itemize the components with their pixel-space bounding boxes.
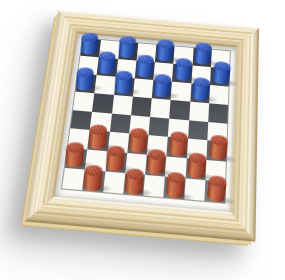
checkers-piece-blue [174, 62, 192, 82]
checkers-piece-blue [153, 78, 171, 98]
checkers-set [34, 3, 266, 233]
checkers-piece-red [165, 176, 185, 199]
checkers-piece-red [208, 139, 227, 161]
product-photo-background [0, 0, 285, 280]
wooden-frame [25, 10, 259, 241]
checkers-piece-blue [115, 75, 133, 94]
checkers-piece-red [128, 133, 147, 154]
checkers-piece-red [206, 179, 226, 202]
checkers-piece-blue [194, 46, 212, 66]
checkers-piece-blue [81, 37, 98, 55]
checkers-piece-blue [156, 43, 174, 62]
checkers-piece-red [187, 157, 207, 180]
checkers-piece-red [168, 136, 187, 158]
board-paper [54, 33, 235, 212]
checkers-piece-red [83, 170, 102, 191]
checkers-piece-red [88, 130, 107, 150]
checkers-piece-blue [98, 56, 116, 74]
checkers-piece-red [146, 154, 165, 176]
checkers-piece-blue [212, 65, 231, 85]
checkers-piece-red [124, 173, 144, 195]
checkers-piece-blue [119, 40, 137, 58]
checkers-piece-blue [76, 72, 94, 90]
checkers-piece-red [106, 151, 125, 172]
checkers-piece-blue [192, 81, 211, 101]
checkers-piece-red [65, 148, 84, 168]
pieces-layer [61, 37, 231, 203]
checkers-piece-blue [136, 59, 154, 78]
